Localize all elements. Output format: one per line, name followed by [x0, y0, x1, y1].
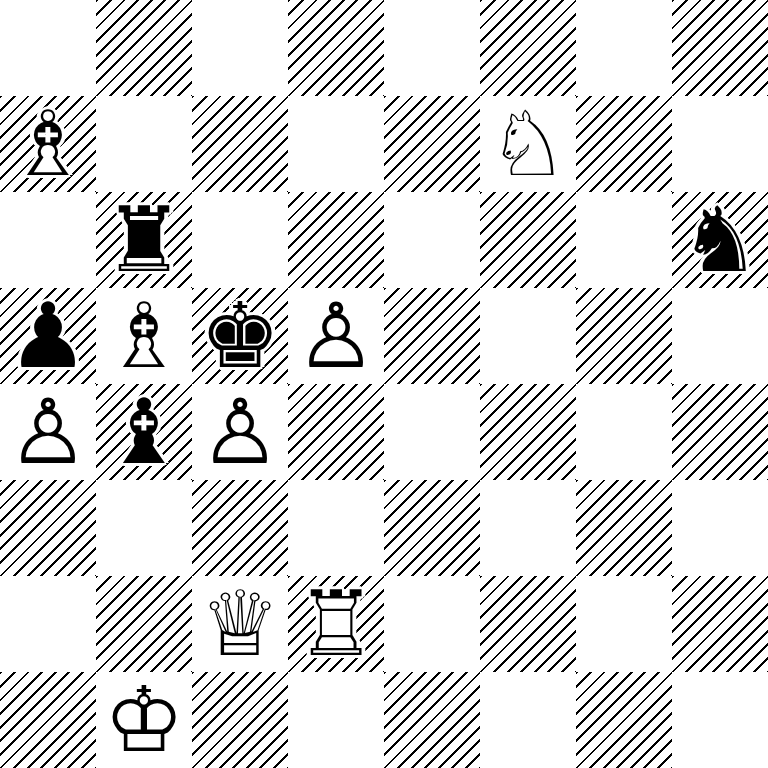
square-c7[interactable] — [192, 96, 288, 192]
square-b1[interactable]: ♚♔ — [96, 672, 192, 768]
square-c6[interactable] — [192, 192, 288, 288]
square-f1[interactable] — [480, 672, 576, 768]
square-h5[interactable] — [672, 288, 768, 384]
square-e8[interactable] — [384, 0, 480, 96]
square-e1[interactable] — [384, 672, 480, 768]
square-c2[interactable]: ♛♕ — [192, 576, 288, 672]
square-a4[interactable]: ♟♙ — [0, 384, 96, 480]
square-c5[interactable]: ♚♚ — [192, 288, 288, 384]
square-f2[interactable] — [480, 576, 576, 672]
square-a8[interactable] — [0, 0, 96, 96]
square-d3[interactable] — [288, 480, 384, 576]
square-h2[interactable] — [672, 576, 768, 672]
square-b6[interactable]: ♜♜ — [96, 192, 192, 288]
square-h8[interactable] — [672, 0, 768, 96]
square-b7[interactable] — [96, 96, 192, 192]
white-pawn[interactable]: ♙ — [0, 384, 96, 480]
white-rook[interactable]: ♖ — [288, 576, 384, 672]
black-knight[interactable]: ♞ — [672, 192, 768, 288]
square-e4[interactable] — [384, 384, 480, 480]
square-b2[interactable] — [96, 576, 192, 672]
square-b4[interactable]: ♝♝ — [96, 384, 192, 480]
white-bishop[interactable]: ♗ — [96, 288, 192, 384]
square-f7[interactable]: ♞♘ — [480, 96, 576, 192]
square-e6[interactable] — [384, 192, 480, 288]
square-d4[interactable] — [288, 384, 384, 480]
square-b3[interactable] — [96, 480, 192, 576]
square-d5[interactable]: ♟♙ — [288, 288, 384, 384]
square-a2[interactable] — [0, 576, 96, 672]
square-g1[interactable] — [576, 672, 672, 768]
square-g8[interactable] — [576, 0, 672, 96]
square-g4[interactable] — [576, 384, 672, 480]
square-a7[interactable]: ♝♗ — [0, 96, 96, 192]
square-a3[interactable] — [0, 480, 96, 576]
square-a5[interactable]: ♟♟ — [0, 288, 96, 384]
white-queen[interactable]: ♕ — [192, 576, 288, 672]
white-pawn[interactable]: ♙ — [192, 384, 288, 480]
square-e5[interactable] — [384, 288, 480, 384]
square-f8[interactable] — [480, 0, 576, 96]
black-pawn[interactable]: ♟ — [0, 288, 96, 384]
square-g2[interactable] — [576, 576, 672, 672]
square-d8[interactable] — [288, 0, 384, 96]
square-h1[interactable] — [672, 672, 768, 768]
square-d7[interactable] — [288, 96, 384, 192]
square-c4[interactable]: ♟♙ — [192, 384, 288, 480]
square-g6[interactable] — [576, 192, 672, 288]
square-e7[interactable] — [384, 96, 480, 192]
square-a1[interactable] — [0, 672, 96, 768]
square-f3[interactable] — [480, 480, 576, 576]
square-d6[interactable] — [288, 192, 384, 288]
square-d2[interactable]: ♜♖ — [288, 576, 384, 672]
square-c3[interactable] — [192, 480, 288, 576]
chess-board: ♝♗♞♘♜♜♞♞♟♟♝♗♚♚♟♙♟♙♝♝♟♙♛♕♜♖♚♔ — [0, 0, 768, 768]
square-b5[interactable]: ♝♗ — [96, 288, 192, 384]
square-g7[interactable] — [576, 96, 672, 192]
square-b8[interactable] — [96, 0, 192, 96]
square-c1[interactable] — [192, 672, 288, 768]
black-king[interactable]: ♚ — [192, 288, 288, 384]
square-f5[interactable] — [480, 288, 576, 384]
square-h3[interactable] — [672, 480, 768, 576]
black-rook[interactable]: ♜ — [96, 192, 192, 288]
square-e3[interactable] — [384, 480, 480, 576]
black-bishop[interactable]: ♝ — [96, 384, 192, 480]
square-h6[interactable]: ♞♞ — [672, 192, 768, 288]
white-pawn[interactable]: ♙ — [288, 288, 384, 384]
square-f6[interactable] — [480, 192, 576, 288]
square-f4[interactable] — [480, 384, 576, 480]
square-g5[interactable] — [576, 288, 672, 384]
square-h4[interactable] — [672, 384, 768, 480]
white-king[interactable]: ♔ — [96, 672, 192, 768]
white-knight[interactable]: ♘ — [480, 96, 576, 192]
white-bishop[interactable]: ♗ — [0, 96, 96, 192]
square-h7[interactable] — [672, 96, 768, 192]
square-g3[interactable] — [576, 480, 672, 576]
square-c8[interactable] — [192, 0, 288, 96]
square-e2[interactable] — [384, 576, 480, 672]
square-a6[interactable] — [0, 192, 96, 288]
square-d1[interactable] — [288, 672, 384, 768]
